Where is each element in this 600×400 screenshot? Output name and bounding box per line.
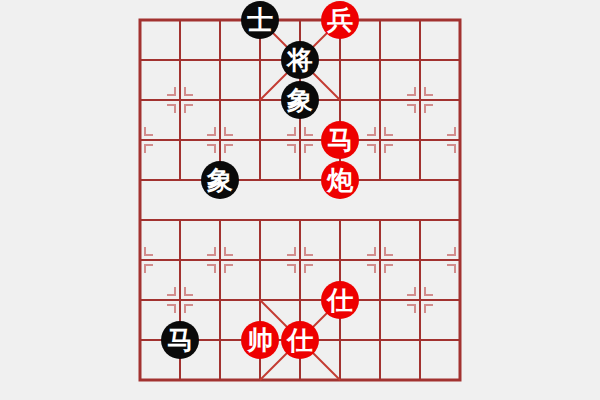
piece-grid: 士兵将象马象炮仕马帅仕 [120,0,480,400]
black-advisor[interactable]: 士 [241,1,279,39]
black-elephant[interactable]: 象 [201,161,239,199]
red-advisor[interactable]: 仕 [321,281,359,319]
black-horse[interactable]: 马 [161,321,199,359]
black-elephant[interactable]: 象 [281,81,319,119]
xiangqi-app: 士兵将象马象炮仕马帅仕 [0,0,600,400]
red-general[interactable]: 帅 [241,321,279,359]
red-horse[interactable]: 马 [321,121,359,159]
red-soldier[interactable]: 兵 [321,1,359,39]
black-general[interactable]: 将 [281,41,319,79]
red-advisor[interactable]: 仕 [281,321,319,359]
red-cannon[interactable]: 炮 [321,161,359,199]
